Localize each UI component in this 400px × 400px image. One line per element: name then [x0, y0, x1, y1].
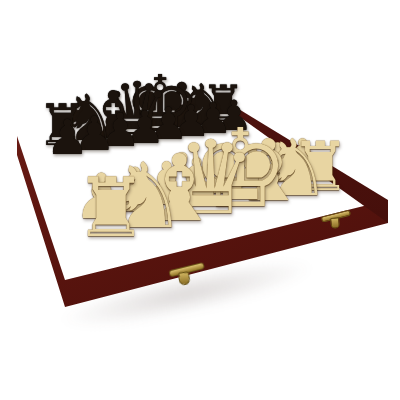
coord-border-left: 87654321 — [28, 141, 97, 254]
piece-white-pawn-d2: ♟ — [171, 151, 222, 208]
square-f1 — [246, 190, 290, 210]
coord-label-file-d: d — [202, 217, 245, 237]
coord-label-file-b: b — [69, 129, 97, 138]
square-f5 — [195, 146, 230, 160]
coord-label-file-a: a — [44, 132, 73, 141]
square-c3 — [136, 181, 176, 200]
piece-white-bishop-f1: ♝ — [230, 129, 306, 214]
coord-label-file-e: e — [233, 210, 275, 229]
coord-label-rank-4: 4 — [44, 184, 73, 202]
square-g1 — [273, 185, 317, 204]
coord-label-rank-2: 2 — [55, 212, 88, 234]
square-a4 — [67, 178, 105, 197]
square-b5 — [90, 162, 126, 178]
square-h6 — [229, 131, 262, 143]
coord-label-rank-3: 3 — [49, 197, 80, 217]
piece-black-knight-g8: ♞ — [177, 77, 228, 134]
square-c2 — [146, 193, 189, 214]
piece-black-king-e8: ♚ — [125, 65, 195, 143]
piece-white-pawn-b2: ♟ — [108, 160, 162, 221]
square-g4 — [230, 152, 267, 166]
square-c1 — [157, 208, 202, 232]
square-d2 — [176, 188, 218, 208]
piece-black-pawn-d7: ♟ — [124, 105, 165, 150]
piece-black-pawn-c7: ♟ — [99, 108, 140, 154]
square-g3 — [243, 162, 282, 178]
piece-black-rook-h8: ♜ — [201, 80, 246, 130]
piece-black-pawn-f7: ♟ — [172, 99, 211, 143]
square-d7 — [129, 136, 161, 148]
square-f7 — [175, 130, 207, 141]
square-d5 — [145, 154, 181, 169]
square-f3 — [218, 166, 257, 182]
piece-black-pawn-e7: ♟ — [148, 102, 188, 146]
square-g5 — [218, 143, 253, 156]
square-g7 — [197, 127, 229, 138]
coord-label-file-h: h — [202, 112, 228, 119]
square-h7 — [218, 124, 250, 135]
square-c6 — [111, 148, 145, 162]
coord-label-file-g: g — [291, 198, 332, 215]
coord-corner-cell — [25, 135, 47, 144]
square-c5 — [118, 158, 154, 173]
square-f8 — [167, 122, 198, 133]
coord-label-file-e: e — [139, 120, 166, 128]
square-a1 — [88, 222, 134, 248]
piece-black-rook-a8: ♜ — [37, 96, 88, 153]
chess-set-photo: abcdefgh abcdefgh 87654321 87654321 ♜♞♝♛… — [0, 0, 400, 400]
coord-label-rank-6: 6 — [35, 160, 61, 175]
clasp-hook — [178, 271, 190, 285]
piece-black-bishop-c8: ♝ — [84, 82, 143, 148]
square-g8 — [188, 119, 218, 129]
coord-corner-cell — [69, 248, 104, 270]
clasp-hook — [330, 217, 340, 229]
square-f4 — [206, 156, 243, 171]
square-c4 — [127, 169, 165, 186]
square-e8 — [145, 125, 176, 136]
square-f2 — [232, 177, 274, 195]
square-a3 — [73, 191, 114, 212]
coord-label-rank-7: 7 — [31, 150, 56, 163]
coord-label-rank-5: 5 — [39, 172, 66, 188]
square-d8 — [122, 128, 153, 139]
square-f6 — [185, 138, 219, 150]
piece-black-bishop-f8: ♝ — [154, 76, 209, 138]
square-a8 — [47, 138, 78, 151]
square-d6 — [137, 145, 171, 158]
square-h5 — [241, 139, 276, 152]
square-b6 — [84, 152, 118, 167]
coord-label-file-f: f — [263, 204, 305, 222]
coord-label-file-c: c — [94, 126, 122, 135]
square-g6 — [207, 134, 240, 146]
square-a5 — [61, 167, 97, 184]
piece-white-queen-d1: ♛ — [165, 127, 256, 229]
coord-border-top: abcdefgh — [25, 110, 241, 143]
piece-white-rook-a1: ♜ — [74, 166, 147, 248]
square-b2 — [114, 199, 157, 221]
coord-label-file-b: b — [134, 232, 179, 254]
square-a7 — [51, 147, 84, 161]
square-d3 — [164, 175, 204, 193]
coord-label-file-d: d — [117, 123, 145, 131]
square-b7 — [78, 143, 111, 156]
square-c8 — [98, 131, 129, 143]
square-c7 — [104, 139, 137, 152]
piece-white-pawn-a2: ♟ — [74, 166, 130, 228]
square-d4 — [154, 164, 192, 180]
piece-white-knight-b1: ♞ — [106, 152, 186, 242]
piece-black-pawn-b7: ♟ — [73, 111, 115, 158]
square-e2 — [204, 183, 246, 202]
coord-label-file-f: f — [161, 117, 188, 125]
square-b3 — [105, 186, 145, 206]
piece-white-pawn-f2: ♟ — [228, 142, 277, 196]
piece-black-pawn-a7: ♟ — [46, 114, 89, 162]
square-h8 — [208, 117, 238, 127]
coord-label-file-g: g — [182, 115, 209, 123]
square-b1 — [123, 215, 169, 240]
piece-black-pawn-g7: ♟ — [194, 97, 232, 140]
piece-black-queen-d8: ♛ — [104, 73, 169, 146]
square-b4 — [97, 174, 135, 192]
square-e3 — [192, 171, 232, 188]
square-a6 — [56, 156, 90, 171]
square-a2 — [80, 206, 123, 229]
square-b8 — [73, 134, 104, 146]
coord-label-rank-1: 1 — [62, 229, 97, 254]
piece-black-knight-b8: ♞ — [60, 88, 117, 151]
square-e4 — [181, 160, 218, 176]
coord-label-file-c: c — [169, 224, 213, 245]
square-e6 — [161, 141, 195, 154]
piece-white-bishop-c1: ♝ — [138, 142, 221, 234]
square-g2 — [258, 173, 299, 190]
square-e7 — [153, 133, 185, 145]
coord-label-file-a: a — [97, 240, 143, 264]
piece-white-pawn-c2: ♟ — [140, 155, 193, 214]
coord-label-rank-8: 8 — [28, 141, 51, 153]
square-e1 — [218, 196, 263, 217]
square-e5 — [171, 150, 207, 164]
piece-white-pawn-e2: ♟ — [200, 146, 250, 202]
square-h4 — [253, 148, 290, 162]
square-d1 — [188, 202, 233, 224]
